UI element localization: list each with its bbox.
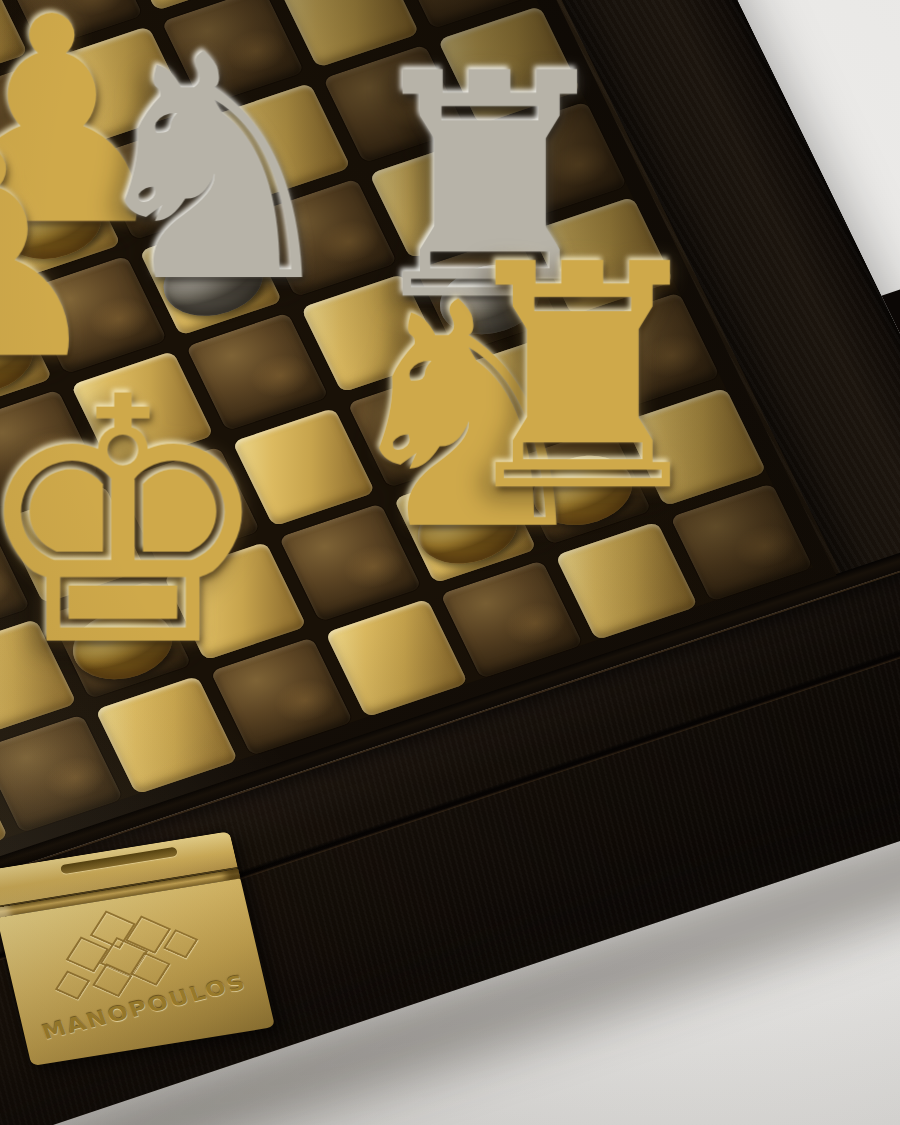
photo-stage: ♟♟♞♜♚♞♜ MANOPOULOS: [0, 0, 900, 1125]
chess-piece-gold-king: ♚: [0, 352, 275, 692]
chess-piece-gold-rook: ♜: [444, 224, 722, 534]
logo-diamond-icon: [55, 970, 90, 999]
chess-piece-silver-knight: ♞: [74, 15, 352, 325]
square-g2: ♜: [509, 426, 652, 545]
brass-clasp: MANOPOULOS: [0, 831, 275, 1066]
square-c2: ♚: [49, 580, 192, 699]
logo-diamond-icon: [163, 929, 198, 958]
square-e5: ♞: [139, 217, 282, 336]
